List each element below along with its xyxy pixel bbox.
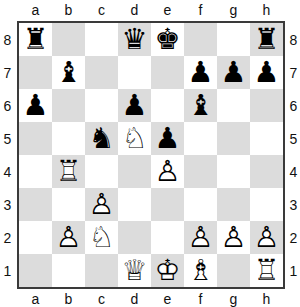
piece-white-pawn[interactable]: ♟♙ bbox=[151, 155, 184, 188]
rank-label-left-3: 3 bbox=[0, 188, 15, 221]
chess-diagram: abcdefgh 87654321 87654321 ♜♛♚♜♝♟♟♟♟♟♝♞♞… bbox=[0, 0, 300, 307]
rank-label-left-6: 6 bbox=[0, 89, 15, 122]
square-g8[interactable] bbox=[217, 23, 250, 56]
piece-black-rook[interactable]: ♜ bbox=[19, 23, 52, 56]
square-h6[interactable] bbox=[250, 89, 283, 122]
piece-white-rook[interactable]: ♜♖ bbox=[250, 254, 283, 287]
piece-white-pawn[interactable]: ♟♙ bbox=[184, 221, 217, 254]
file-labels-top: abcdefgh bbox=[19, 1, 283, 18]
square-d4[interactable] bbox=[118, 155, 151, 188]
square-d5[interactable]: ♞♘ bbox=[118, 122, 151, 155]
square-g3[interactable] bbox=[217, 188, 250, 221]
piece-white-queen[interactable]: ♛♕ bbox=[118, 254, 151, 287]
piece-white-bishop[interactable]: ♝♗ bbox=[184, 254, 217, 287]
piece-white-knight[interactable]: ♞♘ bbox=[85, 221, 118, 254]
square-h4[interactable] bbox=[250, 155, 283, 188]
square-f7[interactable]: ♟ bbox=[184, 56, 217, 89]
rank-label-left-4: 4 bbox=[0, 155, 15, 188]
square-g4[interactable] bbox=[217, 155, 250, 188]
rank-label-right-8: 8 bbox=[287, 23, 300, 56]
file-label-bottom-c: c bbox=[85, 290, 118, 307]
square-g6[interactable] bbox=[217, 89, 250, 122]
file-label-bottom-h: h bbox=[250, 290, 283, 307]
file-label-bottom-e: e bbox=[151, 290, 184, 307]
square-g1[interactable] bbox=[217, 254, 250, 287]
piece-black-pawn[interactable]: ♟ bbox=[118, 89, 151, 122]
square-a3[interactable] bbox=[19, 188, 52, 221]
piece-black-rook[interactable]: ♜ bbox=[250, 23, 283, 56]
square-f1[interactable]: ♝♗ bbox=[184, 254, 217, 287]
square-d3[interactable] bbox=[118, 188, 151, 221]
square-e3[interactable] bbox=[151, 188, 184, 221]
file-label-bottom-b: b bbox=[52, 290, 85, 307]
square-h5[interactable] bbox=[250, 122, 283, 155]
file-label-bottom-d: d bbox=[118, 290, 151, 307]
piece-black-pawn[interactable]: ♟ bbox=[250, 56, 283, 89]
square-b3[interactable] bbox=[52, 188, 85, 221]
square-a1[interactable] bbox=[19, 254, 52, 287]
square-f3[interactable] bbox=[184, 188, 217, 221]
square-a6[interactable]: ♟ bbox=[19, 89, 52, 122]
rank-label-right-5: 5 bbox=[287, 122, 300, 155]
square-b7[interactable]: ♝ bbox=[52, 56, 85, 89]
square-a2[interactable] bbox=[19, 221, 52, 254]
piece-white-rook[interactable]: ♜♖ bbox=[52, 155, 85, 188]
chess-board: ♜♛♚♜♝♟♟♟♟♟♝♞♞♘♟♜♖♟♙♟♙♟♙♞♘♟♙♟♙♟♙♛♕♚♔♝♗♜♖ bbox=[17, 21, 285, 289]
square-f5[interactable] bbox=[184, 122, 217, 155]
square-d1[interactable]: ♛♕ bbox=[118, 254, 151, 287]
rank-label-left-7: 7 bbox=[0, 56, 15, 89]
rank-labels-left: 87654321 bbox=[0, 23, 15, 287]
piece-white-king[interactable]: ♚♔ bbox=[151, 254, 184, 287]
piece-white-pawn[interactable]: ♟♙ bbox=[250, 221, 283, 254]
piece-black-pawn[interactable]: ♟ bbox=[184, 56, 217, 89]
piece-black-bishop[interactable]: ♝ bbox=[52, 56, 85, 89]
square-c6[interactable] bbox=[85, 89, 118, 122]
square-g2[interactable]: ♟♙ bbox=[217, 221, 250, 254]
square-e2[interactable] bbox=[151, 221, 184, 254]
square-c1[interactable] bbox=[85, 254, 118, 287]
piece-black-pawn[interactable]: ♟ bbox=[19, 89, 52, 122]
square-f2[interactable]: ♟♙ bbox=[184, 221, 217, 254]
square-c3[interactable]: ♟♙ bbox=[85, 188, 118, 221]
square-b8[interactable] bbox=[52, 23, 85, 56]
piece-black-pawn[interactable]: ♟ bbox=[151, 122, 184, 155]
file-label-bottom-f: f bbox=[184, 290, 217, 307]
file-label-top-f: f bbox=[184, 1, 217, 18]
square-h8[interactable]: ♜ bbox=[250, 23, 283, 56]
square-f6[interactable]: ♝ bbox=[184, 89, 217, 122]
file-label-top-h: h bbox=[250, 1, 283, 18]
file-label-top-c: c bbox=[85, 1, 118, 18]
file-label-bottom-g: g bbox=[217, 290, 250, 307]
piece-black-queen[interactable]: ♛ bbox=[118, 23, 151, 56]
rank-label-left-5: 5 bbox=[0, 122, 15, 155]
square-c7[interactable] bbox=[85, 56, 118, 89]
file-label-top-a: a bbox=[19, 1, 52, 18]
square-a5[interactable] bbox=[19, 122, 52, 155]
square-b4[interactable]: ♜♖ bbox=[52, 155, 85, 188]
square-c8[interactable] bbox=[85, 23, 118, 56]
square-h7[interactable]: ♟ bbox=[250, 56, 283, 89]
square-b6[interactable] bbox=[52, 89, 85, 122]
piece-black-knight[interactable]: ♞ bbox=[85, 122, 118, 155]
square-h3[interactable] bbox=[250, 188, 283, 221]
rank-labels-right: 87654321 bbox=[287, 23, 300, 287]
square-h2[interactable]: ♟♙ bbox=[250, 221, 283, 254]
rank-label-right-4: 4 bbox=[287, 155, 300, 188]
square-e4[interactable]: ♟♙ bbox=[151, 155, 184, 188]
square-f8[interactable] bbox=[184, 23, 217, 56]
piece-white-pawn[interactable]: ♟♙ bbox=[52, 221, 85, 254]
rank-label-right-6: 6 bbox=[287, 89, 300, 122]
square-b5[interactable] bbox=[52, 122, 85, 155]
rank-label-left-2: 2 bbox=[0, 221, 15, 254]
rank-label-left-8: 8 bbox=[0, 23, 15, 56]
square-h1[interactable]: ♜♖ bbox=[250, 254, 283, 287]
rank-label-right-1: 1 bbox=[287, 254, 300, 287]
square-g7[interactable]: ♟ bbox=[217, 56, 250, 89]
piece-white-pawn[interactable]: ♟♙ bbox=[85, 188, 118, 221]
square-a7[interactable] bbox=[19, 56, 52, 89]
square-d2[interactable] bbox=[118, 221, 151, 254]
piece-white-knight[interactable]: ♞♘ bbox=[118, 122, 151, 155]
piece-black-king[interactable]: ♚ bbox=[151, 23, 184, 56]
square-e6[interactable] bbox=[151, 89, 184, 122]
rank-label-right-3: 3 bbox=[287, 188, 300, 221]
square-e1[interactable]: ♚♔ bbox=[151, 254, 184, 287]
piece-black-bishop[interactable]: ♝ bbox=[184, 89, 217, 122]
file-label-top-b: b bbox=[52, 1, 85, 18]
rank-label-right-2: 2 bbox=[287, 221, 300, 254]
file-label-top-g: g bbox=[217, 1, 250, 18]
square-b1[interactable] bbox=[52, 254, 85, 287]
square-d8[interactable]: ♛ bbox=[118, 23, 151, 56]
piece-white-pawn[interactable]: ♟♙ bbox=[217, 221, 250, 254]
square-b2[interactable]: ♟♙ bbox=[52, 221, 85, 254]
square-a4[interactable] bbox=[19, 155, 52, 188]
square-e8[interactable]: ♚ bbox=[151, 23, 184, 56]
file-label-bottom-a: a bbox=[19, 290, 52, 307]
square-c2[interactable]: ♞♘ bbox=[85, 221, 118, 254]
square-d7[interactable] bbox=[118, 56, 151, 89]
file-labels-bottom: abcdefgh bbox=[19, 290, 283, 307]
file-label-top-d: d bbox=[118, 1, 151, 18]
square-d6[interactable]: ♟ bbox=[118, 89, 151, 122]
square-f4[interactable] bbox=[184, 155, 217, 188]
rank-label-left-1: 1 bbox=[0, 254, 15, 287]
rank-label-right-7: 7 bbox=[287, 56, 300, 89]
square-a8[interactable]: ♜ bbox=[19, 23, 52, 56]
square-c4[interactable] bbox=[85, 155, 118, 188]
square-e5[interactable]: ♟ bbox=[151, 122, 184, 155]
piece-black-pawn[interactable]: ♟ bbox=[217, 56, 250, 89]
file-label-top-e: e bbox=[151, 1, 184, 18]
square-e7[interactable] bbox=[151, 56, 184, 89]
square-g5[interactable] bbox=[217, 122, 250, 155]
square-c5[interactable]: ♞ bbox=[85, 122, 118, 155]
